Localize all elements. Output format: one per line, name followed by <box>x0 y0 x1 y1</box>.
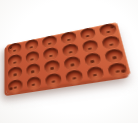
mold-cavity <box>65 69 83 85</box>
mold-cavity <box>99 23 118 37</box>
mold-cavity <box>8 79 22 94</box>
mold-cavity <box>8 42 21 55</box>
mold-cavity <box>25 50 40 64</box>
silicone-mold <box>6 22 131 94</box>
mold-cavity <box>62 43 79 57</box>
mold-cavity <box>102 35 121 50</box>
corner-hole-bottom-left <box>9 87 12 90</box>
mold-cavity <box>8 66 22 80</box>
mold-cavity <box>25 39 39 52</box>
mold-cavity <box>26 63 41 77</box>
mold-cavity <box>8 54 22 68</box>
mold-cavity <box>60 31 76 45</box>
mold-cavity <box>43 47 59 61</box>
corner-hole-bottom-right <box>121 70 125 73</box>
mold-cavity <box>44 59 60 74</box>
mold-cavity <box>63 55 80 70</box>
mold-cavity <box>104 48 124 64</box>
cavity-grid <box>6 22 131 94</box>
mold-cavity <box>81 39 99 54</box>
mold-cavity <box>86 65 105 81</box>
mold-cavity <box>26 75 41 90</box>
mold-cavity <box>42 35 57 49</box>
photo-background <box>0 0 138 123</box>
mold-cavity <box>79 27 96 41</box>
mold-cavity <box>45 72 62 87</box>
mold-cavity <box>84 52 103 67</box>
